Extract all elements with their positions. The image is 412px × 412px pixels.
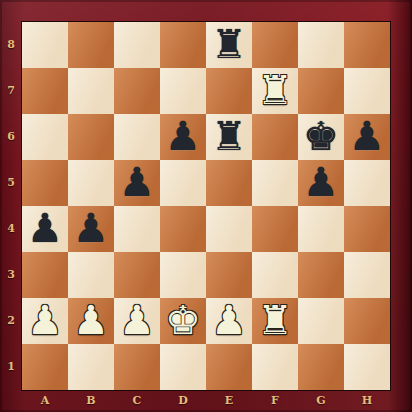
file-label-c: C xyxy=(114,390,160,412)
square-e5[interactable] xyxy=(206,160,252,206)
square-e7[interactable] xyxy=(206,68,252,114)
square-f4[interactable] xyxy=(252,206,298,252)
square-h6[interactable]: ♟ xyxy=(344,114,390,160)
square-h8[interactable] xyxy=(344,22,390,68)
file-label-h: H xyxy=(344,390,390,412)
square-g4[interactable] xyxy=(298,206,344,252)
square-a8[interactable] xyxy=(22,22,68,68)
piece-black-rook-e6[interactable]: ♜ xyxy=(206,114,252,160)
square-a3[interactable] xyxy=(22,252,68,298)
piece-white-pawn-c2[interactable]: ♟ xyxy=(114,298,160,344)
rank-label-8: 8 xyxy=(0,22,22,68)
square-h4[interactable] xyxy=(344,206,390,252)
square-f8[interactable] xyxy=(252,22,298,68)
square-h5[interactable] xyxy=(344,160,390,206)
piece-black-pawn-b4[interactable]: ♟ xyxy=(68,206,114,252)
square-h1[interactable] xyxy=(344,344,390,390)
piece-black-pawn-c5[interactable]: ♟ xyxy=(114,160,160,206)
piece-black-rook-e8[interactable]: ♜ xyxy=(206,22,252,68)
square-b5[interactable] xyxy=(68,160,114,206)
file-label-e: E xyxy=(206,390,252,412)
square-a4[interactable]: ♟ xyxy=(22,206,68,252)
square-b6[interactable] xyxy=(68,114,114,160)
square-f5[interactable] xyxy=(252,160,298,206)
piece-black-king-g6[interactable]: ♚ xyxy=(298,114,344,160)
square-c8[interactable] xyxy=(114,22,160,68)
square-b1[interactable] xyxy=(68,344,114,390)
piece-black-pawn-h6[interactable]: ♟ xyxy=(344,114,390,160)
square-b7[interactable] xyxy=(68,68,114,114)
file-label-g: G xyxy=(298,390,344,412)
square-d2[interactable]: ♚ xyxy=(160,298,206,344)
square-d4[interactable] xyxy=(160,206,206,252)
rank-label-6: 6 xyxy=(0,114,22,160)
square-c4[interactable] xyxy=(114,206,160,252)
square-e8[interactable]: ♜ xyxy=(206,22,252,68)
square-f7[interactable]: ♜ xyxy=(252,68,298,114)
square-g6[interactable]: ♚ xyxy=(298,114,344,160)
square-a6[interactable] xyxy=(22,114,68,160)
square-h2[interactable] xyxy=(344,298,390,344)
square-d7[interactable] xyxy=(160,68,206,114)
square-g8[interactable] xyxy=(298,22,344,68)
square-d5[interactable] xyxy=(160,160,206,206)
rank-label-7: 7 xyxy=(0,68,22,114)
square-f1[interactable] xyxy=(252,344,298,390)
square-f6[interactable] xyxy=(252,114,298,160)
square-c3[interactable] xyxy=(114,252,160,298)
square-a2[interactable]: ♟ xyxy=(22,298,68,344)
piece-black-pawn-d6[interactable]: ♟ xyxy=(160,114,206,160)
piece-white-pawn-e2[interactable]: ♟ xyxy=(206,298,252,344)
piece-white-king-d2[interactable]: ♚ xyxy=(160,298,206,344)
square-c1[interactable] xyxy=(114,344,160,390)
piece-black-pawn-a4[interactable]: ♟ xyxy=(22,206,68,252)
square-a5[interactable] xyxy=(22,160,68,206)
square-f2[interactable]: ♜ xyxy=(252,298,298,344)
file-label-a: A xyxy=(22,390,68,412)
piece-white-rook-f7[interactable]: ♜ xyxy=(252,68,298,114)
rank-label-4: 4 xyxy=(0,206,22,252)
piece-white-rook-f2[interactable]: ♜ xyxy=(252,298,298,344)
file-label-d: D xyxy=(160,390,206,412)
square-g1[interactable] xyxy=(298,344,344,390)
square-d1[interactable] xyxy=(160,344,206,390)
square-a1[interactable] xyxy=(22,344,68,390)
square-e1[interactable] xyxy=(206,344,252,390)
square-e6[interactable]: ♜ xyxy=(206,114,252,160)
piece-white-pawn-b2[interactable]: ♟ xyxy=(68,298,114,344)
square-g5[interactable]: ♟ xyxy=(298,160,344,206)
file-label-f: F xyxy=(252,390,298,412)
square-f3[interactable] xyxy=(252,252,298,298)
rank-label-3: 3 xyxy=(0,252,22,298)
rank-label-5: 5 xyxy=(0,160,22,206)
square-d6[interactable]: ♟ xyxy=(160,114,206,160)
piece-white-pawn-a2[interactable]: ♟ xyxy=(22,298,68,344)
square-b2[interactable]: ♟ xyxy=(68,298,114,344)
square-d8[interactable] xyxy=(160,22,206,68)
square-c7[interactable] xyxy=(114,68,160,114)
square-c6[interactable] xyxy=(114,114,160,160)
square-c5[interactable]: ♟ xyxy=(114,160,160,206)
chess-board-frame: ♜♜♟♜♚♟♟♟♟♟♟♟♟♚♟♜ 87654321ABCDEFGH xyxy=(0,0,412,412)
piece-black-pawn-g5[interactable]: ♟ xyxy=(298,160,344,206)
square-g3[interactable] xyxy=(298,252,344,298)
square-b3[interactable] xyxy=(68,252,114,298)
square-g2[interactable] xyxy=(298,298,344,344)
square-h7[interactable] xyxy=(344,68,390,114)
square-e4[interactable] xyxy=(206,206,252,252)
chess-board: ♜♜♟♜♚♟♟♟♟♟♟♟♟♚♟♜ xyxy=(22,22,390,390)
file-label-b: B xyxy=(68,390,114,412)
square-h3[interactable] xyxy=(344,252,390,298)
square-e2[interactable]: ♟ xyxy=(206,298,252,344)
square-b8[interactable] xyxy=(68,22,114,68)
square-g7[interactable] xyxy=(298,68,344,114)
square-a7[interactable] xyxy=(22,68,68,114)
rank-label-1: 1 xyxy=(0,344,22,390)
square-e3[interactable] xyxy=(206,252,252,298)
square-b4[interactable]: ♟ xyxy=(68,206,114,252)
square-c2[interactable]: ♟ xyxy=(114,298,160,344)
rank-label-2: 2 xyxy=(0,298,22,344)
square-d3[interactable] xyxy=(160,252,206,298)
